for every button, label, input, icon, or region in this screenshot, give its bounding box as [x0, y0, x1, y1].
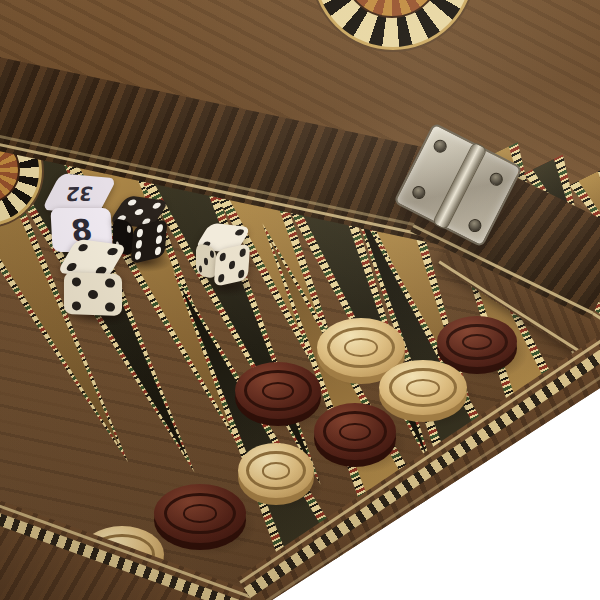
hinge-knuckle — [432, 141, 488, 230]
white-die-left-face — [64, 272, 122, 316]
white-die-right[interactable] — [195, 223, 255, 289]
checker-hub-ring — [344, 338, 377, 357]
hinge-screw — [488, 171, 505, 188]
die-pip — [151, 202, 162, 209]
die-pip — [234, 229, 245, 235]
checker-hub-ring — [262, 462, 291, 479]
die-pip — [155, 246, 161, 256]
die-pip — [238, 269, 244, 278]
die-pip — [218, 273, 224, 282]
die-pip — [105, 278, 115, 288]
die-pip — [137, 228, 143, 238]
checker-hub-ring — [406, 379, 439, 396]
die-pip — [240, 248, 246, 257]
die-pip — [204, 257, 207, 265]
checker-dark[interactable] — [154, 484, 246, 550]
white-die-left[interactable] — [57, 239, 133, 315]
white-die-right-face — [196, 242, 216, 279]
die-pip — [136, 239, 142, 249]
die-pip — [126, 199, 137, 206]
die-pip — [77, 243, 90, 252]
checker-light[interactable] — [238, 443, 314, 505]
checker-hub-ring — [262, 382, 295, 400]
checker-hub-ring — [339, 423, 370, 441]
hinge-screw — [431, 137, 448, 154]
backgammon-case: 328 — [0, 0, 600, 600]
checker-dark[interactable] — [314, 403, 396, 467]
die-pip — [72, 301, 82, 311]
die-pip — [157, 224, 163, 234]
white-die-right-face — [214, 243, 251, 287]
checker-dark[interactable] — [235, 362, 321, 426]
hinge-screw — [466, 217, 483, 234]
die-pip — [105, 302, 115, 312]
die-pip — [72, 277, 82, 287]
die-pip — [133, 209, 144, 216]
die-pip — [88, 290, 98, 300]
die-pip — [229, 261, 235, 270]
hinge-screw — [410, 184, 427, 201]
die-pip — [220, 252, 226, 261]
checker-hub-ring — [183, 504, 218, 523]
die-pip — [156, 235, 162, 245]
backgammon-photo: 328 — [0, 0, 600, 600]
die-pip — [199, 265, 202, 273]
die-pip — [127, 225, 130, 233]
die-pip — [106, 247, 119, 256]
die-pip — [65, 263, 78, 272]
die-pip — [135, 250, 141, 260]
die-pip — [210, 250, 213, 258]
